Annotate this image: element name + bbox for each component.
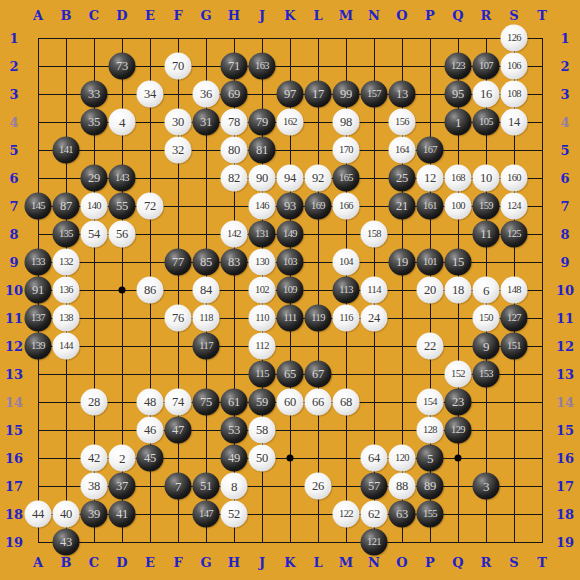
row-label-left-10: 10 [5,284,23,297]
stone-J12: 112 [249,333,276,360]
stone-number: 66 [312,396,324,409]
row-label-right-9: 9 [560,256,569,269]
stone-G3: 36 [193,81,220,108]
stone-F5: 32 [165,137,192,164]
stone-Q14: 23 [445,389,472,416]
go-board: AA11BB22CC33DD44EE55FF66GG77HH88JJ99KK10… [0,0,580,580]
stone-C6: 29 [81,165,108,192]
stone-number: 85 [200,256,212,269]
stone-number: 56 [116,228,128,241]
stone-number: 158 [367,229,381,240]
stone-number: 28 [88,396,100,409]
stone-R8: 11 [473,221,500,248]
stone-number: 161 [423,201,437,212]
col-label-top-F: F [173,9,182,22]
stone-number: 137 [31,313,45,324]
stone-K14: 60 [277,389,304,416]
stone-J2: 163 [249,53,276,80]
row-label-left-9: 9 [9,256,18,269]
stone-P12: 22 [417,333,444,360]
stone-number: 98 [340,116,352,129]
stone-number: 89 [424,480,436,493]
stone-S4: 14 [501,109,528,136]
stone-number: 48 [144,396,156,409]
stone-S12: 151 [501,333,528,360]
stone-number: 125 [507,229,521,240]
stone-number: 157 [367,89,381,100]
stone-number: 75 [200,396,212,409]
stone-number: 114 [367,285,381,296]
stone-number: 165 [339,173,353,184]
stone-number: 68 [340,396,352,409]
stone-M11: 116 [333,305,360,332]
stone-number: 156 [395,117,409,128]
stone-F17: 7 [165,473,192,500]
stone-number: 10 [480,172,492,185]
stone-A10: 91 [25,277,52,304]
stone-number: 97 [284,88,296,101]
stone-number: 153 [479,369,493,380]
stone-number: 9 [483,340,489,353]
stone-number: 142 [227,229,241,240]
stone-A9: 133 [25,249,52,276]
stone-S11: 127 [501,305,528,332]
stone-A18: 44 [25,501,52,528]
stone-G9: 85 [193,249,220,276]
col-label-top-L: L [313,9,322,22]
stone-number: 147 [199,509,213,520]
stone-number: 101 [423,257,437,268]
stone-number: 80 [228,144,240,157]
row-label-left-11: 11 [5,312,23,325]
stone-number: 91 [32,284,44,297]
stone-number: 64 [368,452,380,465]
col-label-bottom-L: L [313,556,322,569]
stone-number: 126 [507,33,521,44]
stone-Q7: 100 [445,193,472,220]
stone-H16: 49 [221,445,248,472]
stone-number: 95 [452,88,464,101]
stone-K10: 109 [277,277,304,304]
row-label-right-10: 10 [556,284,574,297]
stone-R6: 10 [473,165,500,192]
stone-Q6: 168 [445,165,472,192]
stone-A11: 137 [25,305,52,332]
stone-number: 113 [339,285,353,296]
col-label-bottom-P: P [425,556,435,569]
stone-number: 39 [88,508,100,521]
row-label-left-14: 14 [5,396,23,409]
stone-number: 111 [283,313,296,324]
stone-number: 52 [228,508,240,521]
stone-number: 81 [256,144,268,157]
stone-number: 32 [172,144,184,157]
stone-R10: 6 [473,277,500,304]
stone-number: 61 [228,396,240,409]
col-label-top-G: G [200,9,211,22]
star-point-D10 [119,287,126,294]
stone-number: 74 [172,396,184,409]
stone-number: 21 [396,200,408,213]
stone-J5: 81 [249,137,276,164]
stone-number: 63 [396,508,408,521]
col-label-top-R: R [481,9,492,22]
stone-Q9: 15 [445,249,472,276]
stone-S10: 148 [501,277,528,304]
stone-B5: 141 [53,137,80,164]
stone-number: 30 [172,116,184,129]
stone-H6: 82 [221,165,248,192]
row-label-right-8: 8 [560,228,569,241]
stone-number: 58 [256,424,268,437]
stone-number: 31 [200,116,212,129]
col-label-top-S: S [509,9,518,22]
stone-number: 88 [396,480,408,493]
star-point-Q16 [455,455,462,462]
row-label-left-4: 4 [9,116,18,129]
stone-H3: 69 [221,81,248,108]
stone-K8: 149 [277,221,304,248]
stone-G10: 84 [193,277,220,304]
stone-H4: 78 [221,109,248,136]
stone-M14: 68 [333,389,360,416]
stone-Q10: 18 [445,277,472,304]
stone-J8: 131 [249,221,276,248]
stone-S1: 126 [501,25,528,52]
stone-H18: 52 [221,501,248,528]
stone-D8: 56 [109,221,136,248]
stone-D18: 41 [109,501,136,528]
stone-P18: 155 [417,501,444,528]
col-label-bottom-K: K [284,556,295,569]
col-label-bottom-C: C [89,556,99,569]
stone-number: 116 [339,313,353,324]
row-label-right-11: 11 [556,312,574,325]
stone-number: 130 [255,257,269,268]
stone-P7: 161 [417,193,444,220]
stone-number: 17 [312,88,324,101]
row-label-left-8: 8 [9,228,18,241]
stone-H5: 80 [221,137,248,164]
col-label-bottom-D: D [116,556,127,569]
stone-number: 139 [31,341,45,352]
stone-D4: 4 [109,109,136,136]
stone-number: 7 [175,480,181,493]
stone-number: 148 [507,285,521,296]
col-label-top-O: O [396,9,407,22]
stone-number: 145 [31,201,45,212]
col-label-bottom-N: N [368,556,380,569]
stone-number: 47 [172,424,184,437]
stone-number: 103 [283,257,297,268]
stone-number: 59 [256,396,268,409]
stone-Q15: 129 [445,417,472,444]
stone-number: 67 [312,368,324,381]
stone-number: 104 [339,257,353,268]
stone-O5: 164 [389,137,416,164]
row-label-left-15: 15 [5,424,23,437]
row-label-right-15: 15 [556,424,574,437]
stone-number: 83 [228,256,240,269]
row-label-left-16: 16 [5,452,23,465]
stone-number: 79 [256,116,268,129]
stone-number: 73 [116,60,128,73]
stone-Q13: 152 [445,361,472,388]
stone-H15: 53 [221,417,248,444]
stone-R12: 9 [473,333,500,360]
stone-K7: 93 [277,193,304,220]
row-label-right-12: 12 [556,340,574,353]
stone-L6: 92 [305,165,332,192]
stone-number: 77 [172,256,184,269]
stone-number: 132 [59,257,73,268]
stone-number: 166 [339,201,353,212]
stone-J9: 130 [249,249,276,276]
stone-B12: 144 [53,333,80,360]
stone-S3: 108 [501,81,528,108]
stone-number: 136 [59,285,73,296]
col-label-top-D: D [116,9,127,22]
stone-K6: 94 [277,165,304,192]
row-label-right-19: 19 [556,536,574,549]
row-label-right-4: 4 [560,116,569,129]
stone-number: 46 [144,424,156,437]
row-label-right-16: 16 [556,452,574,465]
stone-number: 109 [283,285,297,296]
stone-number: 45 [144,452,156,465]
stone-P9: 101 [417,249,444,276]
col-label-bottom-E: E [145,556,155,569]
stone-H14: 61 [221,389,248,416]
stone-number: 105 [479,117,493,128]
stone-number: 55 [116,200,128,213]
col-label-bottom-G: G [200,556,211,569]
stone-P5: 167 [417,137,444,164]
star-point-K16 [287,455,294,462]
stone-L7: 169 [305,193,332,220]
stone-K3: 97 [277,81,304,108]
stone-number: 19 [396,256,408,269]
stone-number: 65 [284,368,296,381]
stone-M3: 99 [333,81,360,108]
stone-J13: 115 [249,361,276,388]
stone-number: 44 [32,508,44,521]
stone-O3: 13 [389,81,416,108]
row-label-right-13: 13 [556,368,574,381]
row-label-left-17: 17 [5,480,23,493]
row-label-right-5: 5 [560,144,569,157]
stone-number: 149 [283,229,297,240]
stone-L17: 26 [305,473,332,500]
stone-S2: 106 [501,53,528,80]
stone-number: 60 [284,396,296,409]
col-label-top-C: C [89,9,99,22]
stone-number: 41 [116,508,128,521]
stone-B10: 136 [53,277,80,304]
stone-D2: 73 [109,53,136,80]
stone-number: 112 [255,341,269,352]
stone-N16: 64 [361,445,388,472]
stone-number: 124 [507,201,521,212]
stone-L11: 119 [305,305,332,332]
col-label-top-M: M [339,9,353,22]
stone-K11: 111 [277,305,304,332]
stone-N19: 121 [361,529,388,556]
stone-number: 53 [228,424,240,437]
stone-number: 168 [451,173,465,184]
stone-F11: 76 [165,305,192,332]
stone-A12: 139 [25,333,52,360]
col-label-bottom-A: A [33,556,43,569]
row-label-left-2: 2 [9,60,18,73]
stone-B18: 40 [53,501,80,528]
stone-number: 15 [452,256,464,269]
stone-N18: 62 [361,501,388,528]
row-label-left-1: 1 [9,32,18,45]
stone-number: 57 [368,480,380,493]
stone-number: 110 [255,313,269,324]
stone-B19: 43 [53,529,80,556]
grid-line-h-19 [38,542,543,543]
col-label-top-T: T [537,9,547,22]
stone-number: 3 [483,480,489,493]
stone-K4: 162 [277,109,304,136]
stone-L3: 17 [305,81,332,108]
stone-F14: 74 [165,389,192,416]
stone-E16: 45 [137,445,164,472]
stone-R13: 153 [473,361,500,388]
stone-P6: 12 [417,165,444,192]
stone-number: 78 [228,116,240,129]
stone-number: 23 [452,396,464,409]
stone-number: 43 [60,536,72,549]
col-label-top-H: H [228,9,240,22]
stone-number: 152 [451,369,465,380]
stone-C7: 140 [81,193,108,220]
stone-number: 108 [507,89,521,100]
col-label-bottom-B: B [61,556,72,569]
stone-J16: 50 [249,445,276,472]
stone-number: 4 [119,116,125,129]
stone-number: 70 [172,60,184,73]
col-label-bottom-O: O [396,556,407,569]
stone-E15: 46 [137,417,164,444]
stone-O4: 156 [389,109,416,136]
col-label-top-B: B [61,9,72,22]
stone-B9: 132 [53,249,80,276]
stone-number: 118 [199,313,213,324]
stone-O18: 63 [389,501,416,528]
stone-R4: 105 [473,109,500,136]
stone-number: 160 [507,173,521,184]
stone-B11: 138 [53,305,80,332]
stone-F2: 70 [165,53,192,80]
stone-O6: 25 [389,165,416,192]
row-label-left-19: 19 [5,536,23,549]
stone-J6: 90 [249,165,276,192]
row-label-right-2: 2 [560,60,569,73]
stone-C18: 39 [81,501,108,528]
row-label-left-18: 18 [5,508,23,521]
stone-number: 49 [228,452,240,465]
stone-number: 117 [199,341,213,352]
col-label-bottom-H: H [228,556,240,569]
stone-J15: 58 [249,417,276,444]
stone-number: 141 [59,145,73,156]
stone-K9: 103 [277,249,304,276]
col-label-top-J: J [259,9,265,22]
stone-number: 33 [88,88,100,101]
stone-number: 151 [507,341,521,352]
row-label-left-7: 7 [9,200,18,213]
stone-R11: 150 [473,305,500,332]
stone-L13: 67 [305,361,332,388]
stone-number: 69 [228,88,240,101]
grid-line-h-12 [38,346,543,347]
stone-number: 121 [367,537,381,548]
stone-number: 159 [479,201,493,212]
stone-number: 34 [144,88,156,101]
stone-N10: 114 [361,277,388,304]
stone-number: 127 [507,313,521,324]
stone-L14: 66 [305,389,332,416]
stone-number: 106 [507,61,521,72]
stone-M18: 122 [333,501,360,528]
stone-number: 24 [368,312,380,325]
stone-P10: 20 [417,277,444,304]
row-label-right-7: 7 [560,200,569,213]
stone-O17: 88 [389,473,416,500]
stone-number: 76 [172,312,184,325]
stone-number: 90 [256,172,268,185]
stone-number: 87 [60,200,72,213]
col-label-top-E: E [145,9,155,22]
row-label-right-14: 14 [556,396,574,409]
stone-G14: 75 [193,389,220,416]
stone-P15: 128 [417,417,444,444]
col-label-bottom-M: M [339,556,353,569]
stone-C4: 35 [81,109,108,136]
grid-line-v-L [318,38,319,543]
stone-number: 51 [200,480,212,493]
stone-A7: 145 [25,193,52,220]
stone-number: 5 [427,452,433,465]
stone-number: 13 [396,88,408,101]
row-label-right-18: 18 [556,508,574,521]
stone-number: 150 [479,313,493,324]
stone-number: 54 [88,228,100,241]
stone-R3: 16 [473,81,500,108]
stone-number: 84 [200,284,212,297]
stone-N8: 158 [361,221,388,248]
stone-G17: 51 [193,473,220,500]
stone-number: 6 [483,284,489,297]
stone-G4: 31 [193,109,220,136]
stone-number: 16 [480,88,492,101]
stone-R7: 159 [473,193,500,220]
stone-F9: 77 [165,249,192,276]
stone-number: 71 [228,60,240,73]
stone-number: 36 [200,88,212,101]
stone-D17: 37 [109,473,136,500]
row-label-right-3: 3 [560,88,569,101]
col-label-bottom-R: R [481,556,492,569]
stone-C16: 42 [81,445,108,472]
row-label-right-1: 1 [560,32,569,45]
stone-J14: 59 [249,389,276,416]
stone-G11: 118 [193,305,220,332]
stone-number: 99 [340,88,352,101]
